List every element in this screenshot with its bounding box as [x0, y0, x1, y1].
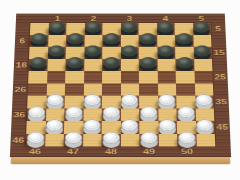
black-man[interactable]: [121, 23, 139, 35]
white-man[interactable]: [158, 96, 177, 109]
black-man[interactable]: [139, 35, 157, 47]
dark-square[interactable]: [102, 134, 121, 147]
draughts-board: 1 2 3 4 5 5 15 25 35 45 6 16 26 36 46 46…: [10, 13, 232, 164]
black-man[interactable]: [66, 35, 84, 47]
light-square: [196, 134, 215, 147]
dark-square[interactable]: [30, 35, 49, 47]
light-square: [65, 71, 84, 83]
dark-square[interactable]: [84, 71, 103, 83]
coord-label-bottom: 48: [101, 146, 120, 157]
light-square: [121, 134, 140, 147]
black-man[interactable]: [30, 35, 49, 47]
dark-square[interactable]: [48, 23, 66, 35]
dark-square[interactable]: [121, 47, 139, 59]
white-man[interactable]: [27, 108, 46, 121]
board-frame: 1 2 3 4 5 5 15 25 35 45 6 16 26 36 46 46…: [10, 13, 231, 157]
dark-square[interactable]: [177, 134, 196, 147]
white-man[interactable]: [195, 96, 214, 109]
white-man[interactable]: [45, 121, 64, 134]
white-man[interactable]: [121, 96, 140, 109]
white-man[interactable]: [64, 134, 83, 147]
dark-square[interactable]: [157, 71, 176, 83]
black-man[interactable]: [102, 59, 120, 71]
dark-square[interactable]: [175, 35, 193, 47]
coord-label-right: 45: [214, 121, 230, 134]
dark-square[interactable]: [83, 121, 102, 134]
dark-square[interactable]: [139, 35, 157, 47]
light-square: [28, 71, 47, 83]
dark-square[interactable]: [176, 83, 195, 95]
light-square: [83, 134, 102, 147]
dark-square[interactable]: [157, 23, 175, 35]
light-square: [45, 134, 64, 147]
coord-label-left: 46: [10, 134, 26, 147]
dark-square[interactable]: [46, 96, 65, 109]
black-man[interactable]: [29, 59, 48, 71]
white-man[interactable]: [177, 134, 196, 147]
dark-square[interactable]: [139, 83, 158, 95]
dark-square[interactable]: [102, 83, 121, 95]
dark-square[interactable]: [47, 71, 66, 83]
dark-square[interactable]: [176, 108, 195, 121]
black-man[interactable]: [65, 59, 84, 71]
coord-label-bottom: 49: [139, 146, 158, 157]
dark-square[interactable]: [27, 108, 46, 121]
dark-square[interactable]: [26, 134, 45, 147]
coord-label-bottom: 46: [25, 146, 44, 157]
scene: 1 2 3 4 5 5 15 25 35 45 6 16 26 36 46 46…: [0, 0, 240, 180]
light-square: [121, 59, 139, 71]
black-man[interactable]: [193, 23, 211, 35]
coord-label-right: 15: [211, 47, 226, 59]
dark-square[interactable]: [84, 23, 102, 35]
black-man[interactable]: [102, 35, 120, 47]
black-man[interactable]: [84, 23, 102, 35]
coord-label-left: 26: [13, 83, 29, 95]
white-man[interactable]: [26, 134, 45, 147]
dark-square[interactable]: [121, 121, 140, 134]
black-man[interactable]: [121, 47, 139, 59]
dark-square[interactable]: [139, 59, 157, 71]
dark-square[interactable]: [157, 47, 175, 59]
white-man[interactable]: [102, 108, 121, 121]
coord-label-right: 35: [213, 96, 229, 109]
black-man[interactable]: [193, 47, 212, 59]
black-man[interactable]: [48, 23, 66, 35]
light-square: [47, 59, 66, 71]
light-square: [194, 59, 213, 71]
coord-label-left: 6: [15, 35, 30, 47]
dark-square[interactable]: [139, 108, 158, 121]
dark-square[interactable]: [102, 59, 120, 71]
dark-square[interactable]: [64, 134, 83, 147]
coord-label-right: 5: [211, 23, 226, 35]
white-man[interactable]: [176, 108, 195, 121]
dark-square[interactable]: [194, 71, 213, 83]
board-grid: [26, 23, 216, 147]
dark-square[interactable]: [193, 47, 212, 59]
white-man[interactable]: [121, 121, 140, 134]
light-square: [84, 59, 102, 71]
black-man[interactable]: [175, 35, 193, 47]
dark-square[interactable]: [121, 71, 139, 83]
white-man[interactable]: [102, 134, 121, 147]
black-man[interactable]: [157, 23, 175, 35]
white-man[interactable]: [139, 108, 158, 121]
dark-square[interactable]: [66, 35, 84, 47]
dark-square[interactable]: [83, 96, 102, 109]
white-man[interactable]: [139, 134, 158, 147]
light-square: [102, 71, 120, 83]
dark-square[interactable]: [102, 108, 121, 121]
dark-square[interactable]: [158, 96, 177, 109]
dark-square[interactable]: [196, 121, 215, 134]
white-man[interactable]: [158, 121, 177, 134]
board-side-edge: [11, 157, 231, 164]
coord-label-left: 36: [11, 108, 27, 121]
black-man[interactable]: [84, 47, 102, 59]
dark-square[interactable]: [28, 83, 47, 95]
white-man[interactable]: [196, 121, 215, 134]
light-square: [176, 71, 195, 83]
light-square: [139, 71, 158, 83]
dark-square[interactable]: [84, 47, 102, 59]
black-man[interactable]: [157, 47, 175, 59]
dark-square[interactable]: [64, 108, 83, 121]
white-man[interactable]: [83, 96, 102, 109]
dark-square[interactable]: [29, 59, 48, 71]
dark-square[interactable]: [175, 59, 194, 71]
dark-square[interactable]: [47, 47, 66, 59]
black-man[interactable]: [175, 59, 194, 71]
black-man[interactable]: [139, 59, 157, 71]
coord-label-left: 16: [14, 59, 29, 71]
coord-label-bottom: 47: [63, 146, 82, 157]
black-man[interactable]: [47, 47, 66, 59]
white-man[interactable]: [46, 96, 65, 109]
coord-label-right: 25: [212, 71, 227, 83]
light-square: [158, 134, 177, 147]
light-square: [157, 59, 176, 71]
dark-square[interactable]: [195, 96, 214, 109]
dark-square[interactable]: [102, 35, 120, 47]
dark-square[interactable]: [65, 83, 84, 95]
dark-square[interactable]: [158, 121, 177, 134]
dark-square[interactable]: [193, 23, 211, 35]
dark-square[interactable]: [121, 23, 139, 35]
dark-square[interactable]: [45, 121, 64, 134]
dark-square[interactable]: [139, 134, 158, 147]
white-man[interactable]: [83, 121, 102, 134]
dark-square[interactable]: [121, 96, 140, 109]
white-man[interactable]: [64, 108, 83, 121]
dark-square[interactable]: [65, 59, 84, 71]
coord-label-bottom: 50: [177, 146, 196, 157]
